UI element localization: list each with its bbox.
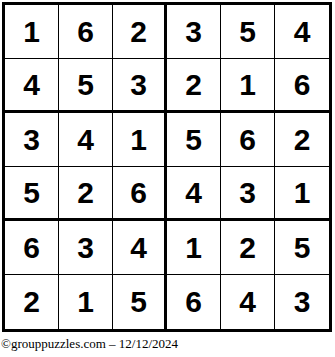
cell-r4c2: 2 bbox=[59, 167, 113, 221]
cell-r4c5: 3 bbox=[221, 167, 275, 221]
cell-r4c1: 5 bbox=[5, 167, 59, 221]
cell-r4c3: 6 bbox=[113, 167, 167, 221]
cell-r1c5: 5 bbox=[221, 5, 275, 59]
cell-r3c1: 3 bbox=[5, 113, 59, 167]
cell-r2c3: 3 bbox=[113, 59, 167, 113]
cell-r3c6: 2 bbox=[275, 113, 329, 167]
cell-r5c2: 3 bbox=[59, 221, 113, 275]
cell-r5c6: 5 bbox=[275, 221, 329, 275]
cell-r1c4: 3 bbox=[167, 5, 221, 59]
cell-r6c6: 3 bbox=[275, 275, 329, 329]
cell-r1c1: 1 bbox=[5, 5, 59, 59]
cell-r4c6: 1 bbox=[275, 167, 329, 221]
cell-r3c2: 4 bbox=[59, 113, 113, 167]
cell-r1c6: 4 bbox=[275, 5, 329, 59]
cell-r2c1: 4 bbox=[5, 59, 59, 113]
cell-r3c4: 5 bbox=[167, 113, 221, 167]
cell-r5c3: 4 bbox=[113, 221, 167, 275]
cell-r5c4: 1 bbox=[167, 221, 221, 275]
cell-r6c5: 4 bbox=[221, 275, 275, 329]
cell-r4c4: 4 bbox=[167, 167, 221, 221]
cell-r5c1: 6 bbox=[5, 221, 59, 275]
cell-r3c5: 6 bbox=[221, 113, 275, 167]
cell-r3c3: 1 bbox=[113, 113, 167, 167]
cell-r2c4: 2 bbox=[167, 59, 221, 113]
cell-r2c2: 5 bbox=[59, 59, 113, 113]
cell-r6c4: 6 bbox=[167, 275, 221, 329]
cell-r6c3: 5 bbox=[113, 275, 167, 329]
cell-r1c3: 2 bbox=[113, 5, 167, 59]
cell-r5c5: 2 bbox=[221, 221, 275, 275]
cell-r6c2: 1 bbox=[59, 275, 113, 329]
copyright-text: ©grouppuzzles.com – 12/12/2024 bbox=[1, 336, 335, 352]
cell-r2c6: 6 bbox=[275, 59, 329, 113]
sudoku-board: 1 6 2 3 5 4 4 5 3 2 1 6 3 4 1 5 6 2 5 2 … bbox=[2, 2, 332, 332]
cell-r2c5: 1 bbox=[221, 59, 275, 113]
cell-r1c2: 6 bbox=[59, 5, 113, 59]
cell-r6c1: 2 bbox=[5, 275, 59, 329]
